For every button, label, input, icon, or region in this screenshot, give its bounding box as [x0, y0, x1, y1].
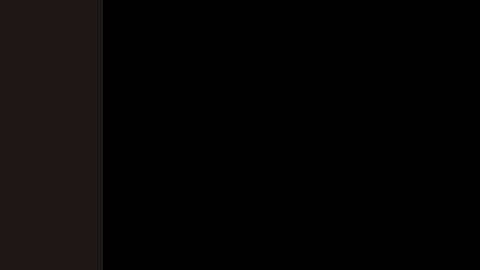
orange-pawn-head: [9, 6, 83, 78]
thumbnail-stage: ♜♞♝♛♚♝♞♜♟♟♟♟♟♟♟♟♛♟♝♟♟♟♟♟♟♜♞♝♚♜ Boooooooo…: [0, 0, 480, 270]
left-dark-panel: [0, 0, 103, 270]
